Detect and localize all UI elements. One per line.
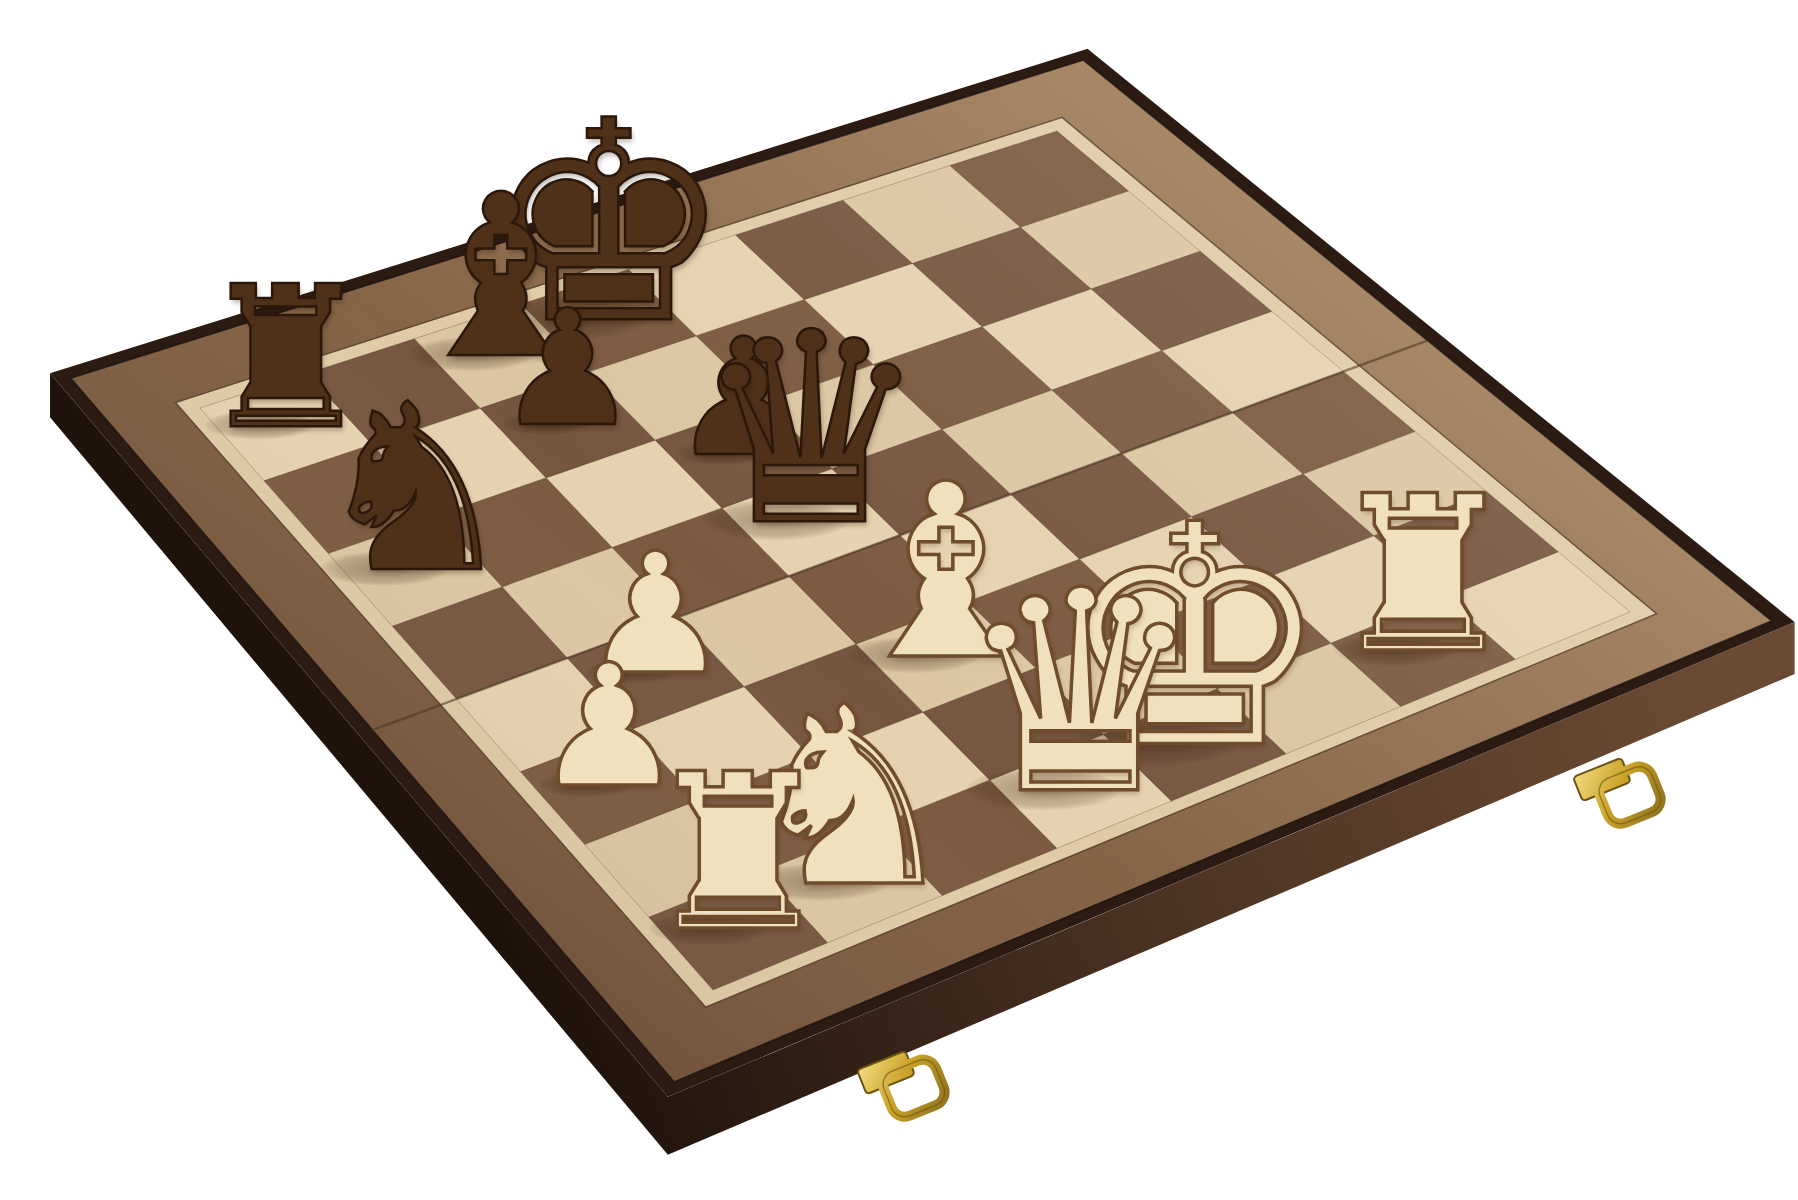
piece-black-knight-a6[interactable]: ♞	[311, 374, 518, 605]
piece-white-rook-a1[interactable]: ♜	[641, 747, 835, 963]
piece-white-rook-g1[interactable]: ♜	[1326, 468, 1520, 684]
chess-case-photo: ♚♝♟♜♟♛♞♜♝♟♚♟♛♞♜	[0, 0, 1798, 1200]
piece-white-queen-d1[interactable]: ♛	[955, 554, 1205, 833]
